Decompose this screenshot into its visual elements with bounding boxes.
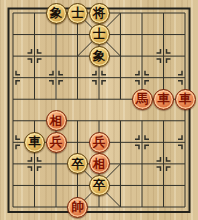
piece-black-elephant-1[interactable]: 象 bbox=[46, 3, 67, 24]
pieces-layer: 象士将士象馬車車相車兵兵卒相卒帥 bbox=[0, 0, 198, 220]
piece-black-advisor-1[interactable]: 士 bbox=[67, 3, 88, 24]
piece-black-elephant-2[interactable]: 象 bbox=[89, 46, 110, 67]
piece-red-soldier-1[interactable]: 兵 bbox=[46, 132, 67, 153]
piece-red-horse-1[interactable]: 馬 bbox=[132, 89, 153, 110]
piece-red-chariot-2[interactable]: 車 bbox=[175, 89, 196, 110]
piece-red-soldier-2[interactable]: 兵 bbox=[89, 132, 110, 153]
xiangqi-board[interactable]: 象士将士象馬車車相車兵兵卒相卒帥 bbox=[0, 0, 198, 220]
piece-black-chariot-1[interactable]: 車 bbox=[24, 132, 45, 153]
piece-red-elephant-2[interactable]: 相 bbox=[89, 153, 110, 174]
piece-black-advisor-2[interactable]: 士 bbox=[89, 24, 110, 45]
piece-black-soldier-2[interactable]: 卒 bbox=[89, 175, 110, 196]
piece-red-chariot-1[interactable]: 車 bbox=[153, 89, 174, 110]
piece-black-soldier-1[interactable]: 卒 bbox=[67, 153, 88, 174]
piece-black-general[interactable]: 将 bbox=[89, 3, 110, 24]
piece-red-general[interactable]: 帥 bbox=[67, 197, 88, 218]
piece-red-elephant-1[interactable]: 相 bbox=[46, 110, 67, 131]
